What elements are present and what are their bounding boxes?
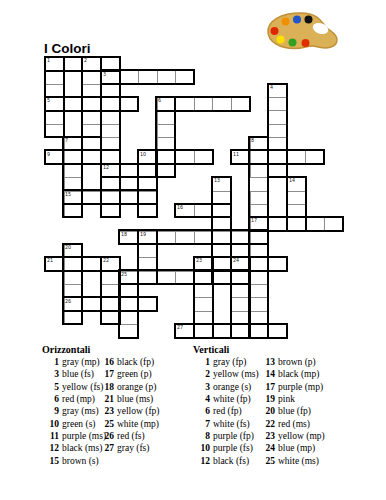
clue-number: 15 <box>42 456 59 466</box>
clue-text: green (s) <box>62 419 96 429</box>
page-title: I Colori <box>44 41 91 56</box>
clue-text: purple (mp) <box>278 382 323 392</box>
grid-cell[interactable] <box>82 297 102 312</box>
grid-cell[interactable] <box>324 217 344 232</box>
clue-item: 21blue (ms) <box>97 394 159 406</box>
grid-cell[interactable] <box>119 324 139 339</box>
grid-cell[interactable] <box>175 150 195 165</box>
grid-cell[interactable] <box>250 164 270 179</box>
grid-cell[interactable] <box>268 150 288 165</box>
clue-number: 25 <box>258 456 275 466</box>
grid-cell[interactable] <box>268 110 288 125</box>
clue-item: 8purple (fp) <box>193 431 259 443</box>
clue-number: 13 <box>258 357 275 367</box>
clue-text: white (fp) <box>213 394 251 404</box>
clue-text: blue (fp) <box>278 406 311 416</box>
clue-item: 3orange (s) <box>193 382 259 394</box>
clue-text: gray (ms) <box>62 406 99 416</box>
grid-cell[interactable] <box>175 70 195 85</box>
clue-number: 6 <box>193 406 210 416</box>
clue-text: purple (fs) <box>213 443 253 453</box>
clue-text: yellow (ms) <box>213 369 259 379</box>
clue-text: gray (mp) <box>62 357 100 367</box>
grid-cell[interactable] <box>231 324 251 339</box>
grid-cell[interactable] <box>101 110 121 125</box>
grid-cell[interactable] <box>119 284 139 299</box>
clue-item: 6red (fp) <box>193 406 259 418</box>
paint-dot <box>305 16 313 24</box>
clue-number: 1 <box>42 357 59 367</box>
grid-cell[interactable] <box>212 324 232 339</box>
clue-number: 9 <box>42 406 59 416</box>
clue-number: 3 <box>42 369 59 379</box>
clue-number: 25 <box>97 419 114 429</box>
clue-text: black (fs) <box>213 456 249 466</box>
grid-cell[interactable] <box>64 57 84 72</box>
grid-cell[interactable] <box>64 204 84 219</box>
grid-cell[interactable] <box>268 84 288 99</box>
grid-cell[interactable] <box>138 70 158 85</box>
grid-cell[interactable] <box>231 97 251 112</box>
clue-item: 20blue (fp) <box>258 406 325 418</box>
clue-number: 21 <box>97 394 114 404</box>
clue-text: gray (fs) <box>117 443 149 453</box>
grid-cell[interactable] <box>64 284 84 299</box>
grid-cell[interactable] <box>119 70 139 85</box>
grid-cell[interactable] <box>212 244 232 259</box>
grid-cell[interactable] <box>138 271 158 286</box>
clue-number: 20 <box>258 406 275 416</box>
clue-text: black (fp) <box>117 357 154 367</box>
grid-cell[interactable] <box>175 204 195 219</box>
grid-cell[interactable] <box>119 311 139 326</box>
grid-cell[interactable] <box>175 231 195 246</box>
grid-cell[interactable] <box>45 124 65 139</box>
clue-text: pink <box>278 394 295 404</box>
clue-text: blue (ms) <box>117 394 153 404</box>
grid-cell[interactable] <box>157 70 177 85</box>
clue-number: 7 <box>193 419 210 429</box>
grid-cell[interactable] <box>194 324 214 339</box>
grid-cell[interactable] <box>305 150 325 165</box>
clue-item: 24blue (mp) <box>258 443 325 455</box>
clue-number: 5 <box>42 382 59 392</box>
clue-number: 2 <box>193 369 210 379</box>
grid-cell[interactable] <box>64 177 84 192</box>
grid-cell[interactable] <box>82 84 102 99</box>
clue-item: 19pink <box>258 394 325 406</box>
clue-text: white (mp) <box>117 419 159 429</box>
clue-item: 7white (fs) <box>193 419 259 431</box>
worksheet-page: I Colori 1234567891011121314151617181920… <box>0 0 386 500</box>
clue-item: 12black (fs) <box>193 456 259 468</box>
clue-text: orange (s) <box>213 382 251 392</box>
grid-cell[interactable] <box>157 271 177 286</box>
paint-dot <box>293 16 301 24</box>
clue-number: 10 <box>42 419 59 429</box>
grid-cell[interactable] <box>82 191 102 206</box>
across-clues-col-2: 16black (fp)17green (p)18orange (p)21blu… <box>97 344 159 456</box>
grid-cell[interactable] <box>287 150 307 165</box>
grid-cell[interactable] <box>82 124 102 139</box>
grid-cell[interactable] <box>250 324 270 339</box>
paint-dot <box>289 39 297 47</box>
clue-text: green (p) <box>117 369 152 379</box>
grid-cell[interactable] <box>175 324 195 339</box>
grid-cell[interactable] <box>101 150 121 165</box>
clue-number: 17 <box>258 382 275 392</box>
paint-dot <box>282 18 290 26</box>
grid-cell[interactable] <box>212 177 232 192</box>
clue-number: 18 <box>97 382 114 392</box>
clue-text: red (fs) <box>117 431 145 441</box>
clue-item: 17green (p) <box>97 369 159 381</box>
grid-cell[interactable] <box>175 271 195 286</box>
grid-cell[interactable] <box>82 257 102 272</box>
clue-number: 3 <box>193 382 210 392</box>
clue-item: 18orange (p) <box>97 382 159 394</box>
grid-cell[interactable] <box>138 177 158 192</box>
grid-cell[interactable] <box>82 150 102 165</box>
grid-cell[interactable] <box>101 284 121 299</box>
clue-text: blue (fs) <box>62 369 94 379</box>
clue-text: red (mp) <box>62 394 95 404</box>
grid-cell[interactable] <box>101 204 121 219</box>
clue-number: 27 <box>97 443 114 453</box>
clue-number: 12 <box>193 456 210 466</box>
clue-item: 25white (mp) <box>97 419 159 431</box>
grid-cell[interactable] <box>101 311 121 326</box>
grid-cell[interactable] <box>194 311 214 326</box>
grid-cell[interactable] <box>157 110 177 125</box>
grid-cell[interactable] <box>45 150 65 165</box>
grid-cell[interactable] <box>138 204 158 219</box>
clue-number: 6 <box>42 394 59 404</box>
grid-cell[interactable] <box>157 150 177 165</box>
grid-cell[interactable] <box>212 204 232 219</box>
grid-cell[interactable] <box>194 204 214 219</box>
paint-dot <box>302 39 310 47</box>
clue-number: 10 <box>193 443 210 453</box>
down-clues-col-1: Verticali1gray (fp)2yellow (ms)3orange (… <box>193 344 259 468</box>
clue-number: 1 <box>193 357 210 367</box>
clue-text: orange (p) <box>117 382 156 392</box>
clue-number: 23 <box>97 406 114 416</box>
grid-cell[interactable] <box>194 284 214 299</box>
clue-item: 22red (ms) <box>258 419 325 431</box>
grid-cell[interactable] <box>157 164 177 179</box>
clue-number: 19 <box>258 394 275 404</box>
grid-cell[interactable] <box>175 97 195 112</box>
clue-text: purple (fp) <box>213 431 254 441</box>
grid-cell[interactable] <box>119 164 139 179</box>
grid-cell[interactable] <box>287 217 307 232</box>
grid-cell[interactable] <box>64 97 84 112</box>
clue-number: 26 <box>97 431 114 441</box>
clue-text: white (fs) <box>213 419 250 429</box>
grid-cell[interactable] <box>231 150 251 165</box>
grid-cell[interactable] <box>82 110 102 125</box>
clue-item: 4white (fp) <box>193 394 259 406</box>
grid-cell[interactable] <box>250 284 270 299</box>
down-clues-col-2: 13brown (p)14black (mp)17purple (mp)19pi… <box>258 344 325 468</box>
grid-cell[interactable] <box>138 297 158 312</box>
clue-item: 16black (fp) <box>97 357 159 369</box>
clue-number: 23 <box>258 431 275 441</box>
grid-cell[interactable] <box>138 244 158 259</box>
grid-cell[interactable] <box>119 231 139 246</box>
clue-text: brown (s) <box>62 456 99 466</box>
grid-cell[interactable] <box>194 97 214 112</box>
grid-cell[interactable] <box>45 257 65 272</box>
clue-number: 17 <box>97 369 114 379</box>
clue-number: 12 <box>42 443 59 453</box>
clue-item: 27gray (fs) <box>97 443 159 455</box>
clue-number: 4 <box>193 394 210 404</box>
grid-cell[interactable] <box>64 244 84 259</box>
grid-cell[interactable] <box>101 84 121 99</box>
clue-item: 14black (mp) <box>258 369 325 381</box>
clue-number: 14 <box>258 369 275 379</box>
grid-cell[interactable] <box>194 231 214 246</box>
grid-cell[interactable] <box>119 97 139 112</box>
grid-cell[interactable] <box>250 311 270 326</box>
clue-item: 23yellow (fp) <box>97 406 159 418</box>
clue-item: 23yellow (mp) <box>258 431 325 443</box>
grid-cell[interactable] <box>250 244 270 259</box>
clue-text: blue (mp) <box>278 443 315 453</box>
clue-text: red (fp) <box>213 406 242 416</box>
clue-number: 16 <box>97 357 114 367</box>
clue-number: 24 <box>258 443 275 453</box>
clue-number: 11 <box>42 431 59 441</box>
grid-cell[interactable] <box>268 217 288 232</box>
grid-cell[interactable] <box>231 231 251 246</box>
grid-cell[interactable] <box>64 311 84 326</box>
grid-cell[interactable] <box>157 231 177 246</box>
clue-item: 2yellow (ms) <box>193 369 259 381</box>
clue-text: yellow (mp) <box>278 431 325 441</box>
grid-cell[interactable] <box>250 217 270 232</box>
grid-cell[interactable] <box>231 311 251 326</box>
clue-item: 10purple (fs) <box>193 443 259 455</box>
clue-text: brown (p) <box>278 357 316 367</box>
grid-cell[interactable] <box>250 150 270 165</box>
clue-list-header: Verticali <box>193 344 259 357</box>
grid-cell[interactable] <box>212 97 232 112</box>
clue-item: 17purple (mp) <box>258 382 325 394</box>
clue-number: 22 <box>258 419 275 429</box>
clue-text: gray (fp) <box>213 357 247 367</box>
clue-text: yellow (fp) <box>117 406 159 416</box>
clue-text: black (mp) <box>278 369 319 379</box>
clue-item: 26red (fs) <box>97 431 159 443</box>
grid-cell[interactable] <box>212 271 232 286</box>
grid-cell[interactable] <box>268 324 288 339</box>
grid-cell[interactable] <box>119 191 139 206</box>
grid-cell[interactable] <box>64 150 84 165</box>
clue-item: 13brown (p) <box>258 357 325 369</box>
grid-cell[interactable] <box>287 177 307 192</box>
clue-text: red (ms) <box>278 419 310 429</box>
paint-palette-icon <box>267 12 339 52</box>
clue-item: 15brown (s) <box>42 456 106 468</box>
paint-dot <box>271 27 279 35</box>
grid-cell[interactable] <box>231 284 251 299</box>
grid-cell[interactable] <box>138 150 158 165</box>
clue-number: 8 <box>193 431 210 441</box>
clue-item: 1gray (fp) <box>193 357 259 369</box>
clue-item: 25white (ms) <box>258 456 325 468</box>
grid-cell[interactable] <box>101 177 121 192</box>
grid-cell[interactable] <box>268 164 288 179</box>
grid-cell[interactable] <box>305 217 325 232</box>
grid-cell[interactable] <box>45 84 65 99</box>
grid-cell[interactable] <box>194 150 214 165</box>
paint-dot <box>277 36 285 44</box>
grid-cell[interactable] <box>268 257 288 272</box>
grid-cell[interactable] <box>45 110 65 125</box>
clue-text: white (ms) <box>278 456 319 466</box>
